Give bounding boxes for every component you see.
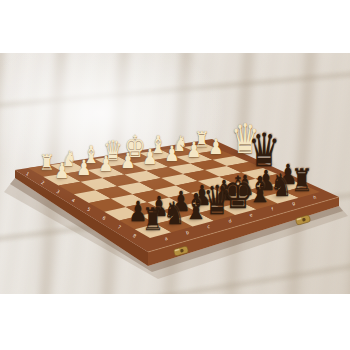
piece-white-pawn-f2[interactable]: ♟ bbox=[165, 143, 180, 164]
piece-black-bishop-c8[interactable]: ♝ bbox=[183, 189, 208, 225]
piece-white-pawn-a2[interactable]: ♟ bbox=[54, 160, 69, 181]
piece-black-rook-a8[interactable]: ♜ bbox=[142, 204, 164, 235]
piece-black-knight-b8[interactable]: ♞ bbox=[163, 198, 185, 229]
chess-set-photo: 12345678abcdefgh ♜♞♝♛♚♝♞♜♟♟♟♟♟♟♟♟♟♟♟♟♟♟♟… bbox=[0, 0, 350, 350]
piece-white-pawn-b2[interactable]: ♟ bbox=[77, 157, 92, 178]
floor-background: 12345678abcdefgh ♜♞♝♛♚♝♞♜♟♟♟♟♟♟♟♟♟♟♟♟♟♟♟… bbox=[0, 53, 350, 294]
letterbox-bottom bbox=[0, 294, 350, 350]
piece-white-pawn-e2[interactable]: ♟ bbox=[143, 146, 158, 167]
piece-white-pawn-h2[interactable]: ♟ bbox=[209, 136, 224, 157]
piece-black-knight-g8[interactable]: ♞ bbox=[270, 170, 292, 201]
piece-white-rook-a1[interactable]: ♜ bbox=[39, 152, 54, 173]
piece-white-pawn-d2[interactable]: ♟ bbox=[121, 150, 136, 171]
piece-white-pawn-c2[interactable]: ♟ bbox=[99, 153, 114, 174]
piece-white-pawn-g2[interactable]: ♟ bbox=[187, 139, 202, 160]
piece-black-rook-h8[interactable]: ♜ bbox=[291, 165, 313, 196]
letterbox-top bbox=[0, 0, 350, 53]
